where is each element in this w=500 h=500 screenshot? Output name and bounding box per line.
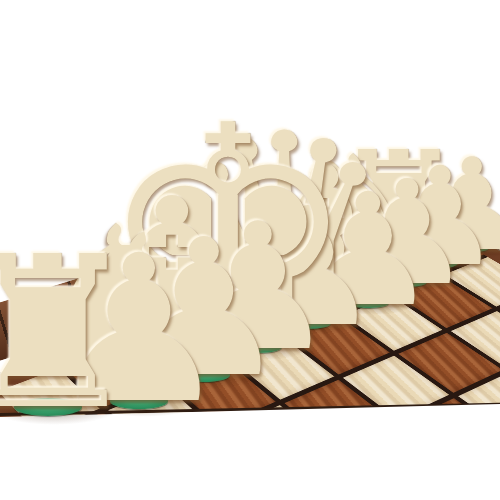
piece-white-rook-h1: ♜: [0, 229, 142, 439]
chess-set-photo: ♜♞♝♚♛♝♞♜♟♟♟♟♟♟♟♟ chess: [0, 0, 500, 500]
pieces-layer: ♜♞♝♚♛♝♞♜♟♟♟♟♟♟♟♟: [0, 0, 500, 500]
